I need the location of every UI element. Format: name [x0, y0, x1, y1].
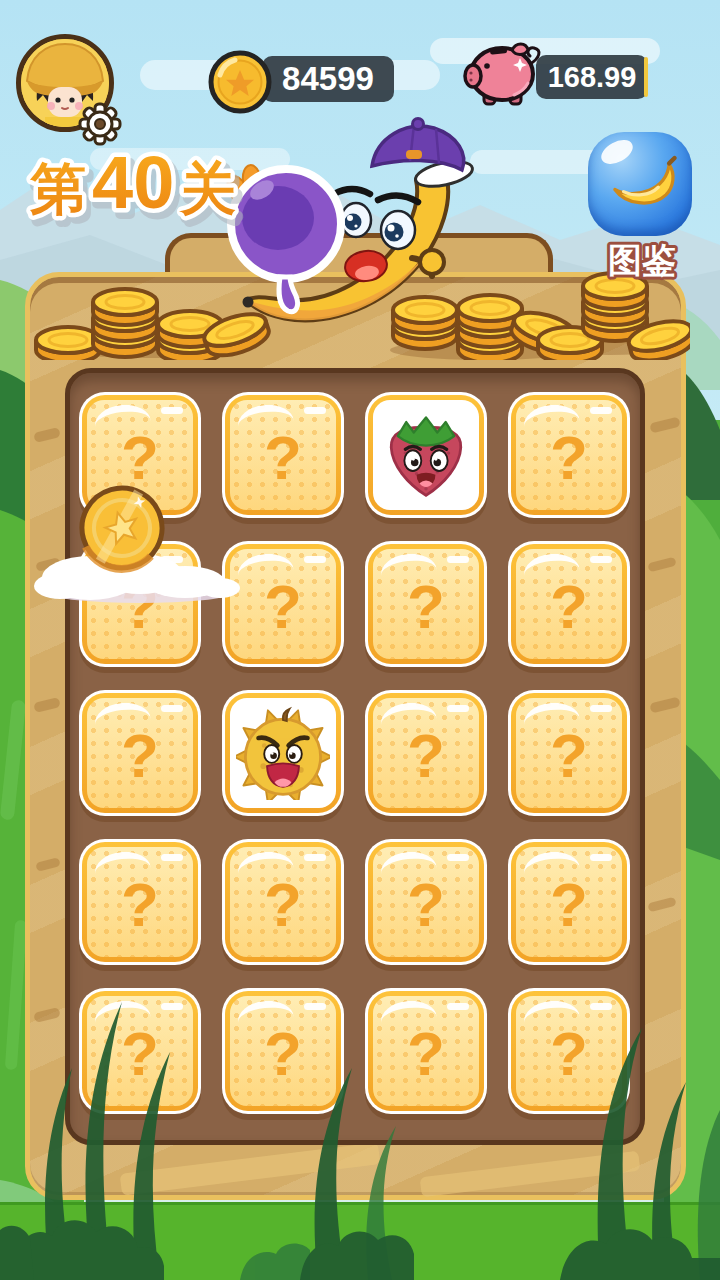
question-mark: ? [230, 549, 336, 659]
question-mark: ? [230, 400, 336, 510]
banana-icon [604, 146, 680, 222]
durian-icon [236, 706, 330, 800]
coin-on-cloud-reward [30, 466, 240, 606]
money-amount: 168.99 [548, 61, 637, 94]
question-mark: ? [373, 549, 479, 659]
level-prefix: 第 [29, 157, 86, 220]
avatar-button[interactable] [16, 34, 120, 138]
game-screen: ?????????????????? [0, 0, 720, 1280]
card-r2c2-hidden[interactable]: ? [222, 541, 344, 667]
purple-cap [372, 119, 475, 191]
coin-piles [30, 256, 690, 360]
gold-coin-icon [206, 48, 274, 116]
level-title: 第40关 第40关 [26, 136, 286, 236]
piggy-bank-icon [462, 38, 546, 114]
question-mark: ? [516, 400, 622, 510]
pill-accent [644, 57, 648, 97]
card-r1c3-strawberry[interactable] [365, 392, 487, 518]
question-mark: ? [87, 698, 193, 808]
coin-counter[interactable]: 84599 [262, 56, 394, 102]
card-r2c4-hidden[interactable]: ? [508, 541, 630, 667]
question-mark: ? [516, 549, 622, 659]
card-r3c2-durian[interactable] [222, 690, 344, 816]
card-r1c4-hidden[interactable]: ? [508, 392, 630, 518]
svg-text:第40关: 第40关 [29, 141, 236, 224]
collection-label-text: 图鉴 [608, 241, 676, 279]
question-mark: ? [516, 698, 622, 808]
card-r3c4-hidden[interactable]: ? [508, 690, 630, 816]
level-number: 40 [92, 141, 174, 224]
level-suffix: 关 [178, 157, 236, 220]
grass-silhouettes [0, 940, 720, 1280]
money-counter[interactable]: 168.99 [536, 55, 648, 99]
card-r1c2-hidden[interactable]: ? [222, 392, 344, 518]
strawberry-icon [379, 408, 473, 502]
coin-amount: 84599 [282, 60, 374, 98]
card-r2c3-hidden[interactable]: ? [365, 541, 487, 667]
card-r3c1-hidden[interactable]: ? [79, 690, 201, 816]
card-r3c3-hidden[interactable]: ? [365, 690, 487, 816]
collection-label[interactable]: 图鉴 [592, 236, 692, 284]
question-mark: ? [373, 698, 479, 808]
collection-button[interactable] [588, 132, 692, 236]
